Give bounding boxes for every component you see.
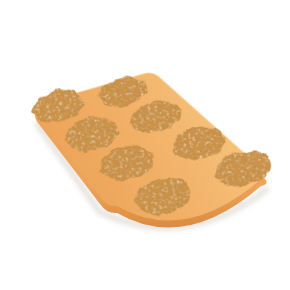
silicone-mold-image: [0, 0, 290, 290]
product-photo-stage: [0, 0, 290, 290]
